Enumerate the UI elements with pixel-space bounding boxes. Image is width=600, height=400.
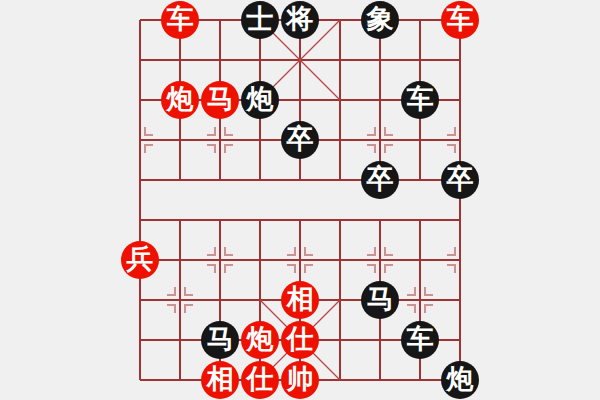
xiangqi-board[interactable]: 车士将象车炮马炮车卒卒卒兵相马马炮仕车相仕帅炮 <box>120 0 480 400</box>
piece-red-cannon[interactable]: 炮 <box>241 321 279 359</box>
piece-black-chariot[interactable]: 车 <box>401 321 439 359</box>
piece-black-horse[interactable]: 马 <box>361 281 399 319</box>
piece-black-chariot[interactable]: 车 <box>401 81 439 119</box>
piece-red-general[interactable]: 帅 <box>281 361 319 399</box>
piece-red-horse[interactable]: 马 <box>201 81 239 119</box>
piece-red-elephant[interactable]: 相 <box>201 361 239 399</box>
piece-black-horse[interactable]: 马 <box>201 321 239 359</box>
xiangqi-position-screenshot: 车士将象车炮马炮车卒卒卒兵相马马炮仕车相仕帅炮 <box>0 0 600 400</box>
piece-black-general[interactable]: 将 <box>281 1 319 39</box>
piece-red-chariot[interactable]: 车 <box>161 1 199 39</box>
piece-black-cannon[interactable]: 炮 <box>441 361 479 399</box>
piece-black-cannon[interactable]: 炮 <box>241 81 279 119</box>
piece-red-advisor[interactable]: 仕 <box>281 321 319 359</box>
piece-black-advisor[interactable]: 士 <box>241 1 279 39</box>
piece-red-soldier[interactable]: 兵 <box>121 241 159 279</box>
piece-black-elephant[interactable]: 象 <box>361 1 399 39</box>
piece-black-soldier[interactable]: 卒 <box>361 161 399 199</box>
piece-red-elephant[interactable]: 相 <box>281 281 319 319</box>
piece-black-soldier[interactable]: 卒 <box>281 121 319 159</box>
piece-red-advisor[interactable]: 仕 <box>241 361 279 399</box>
piece-red-chariot[interactable]: 车 <box>441 1 479 39</box>
piece-red-cannon[interactable]: 炮 <box>161 81 199 119</box>
piece-black-soldier[interactable]: 卒 <box>441 161 479 199</box>
